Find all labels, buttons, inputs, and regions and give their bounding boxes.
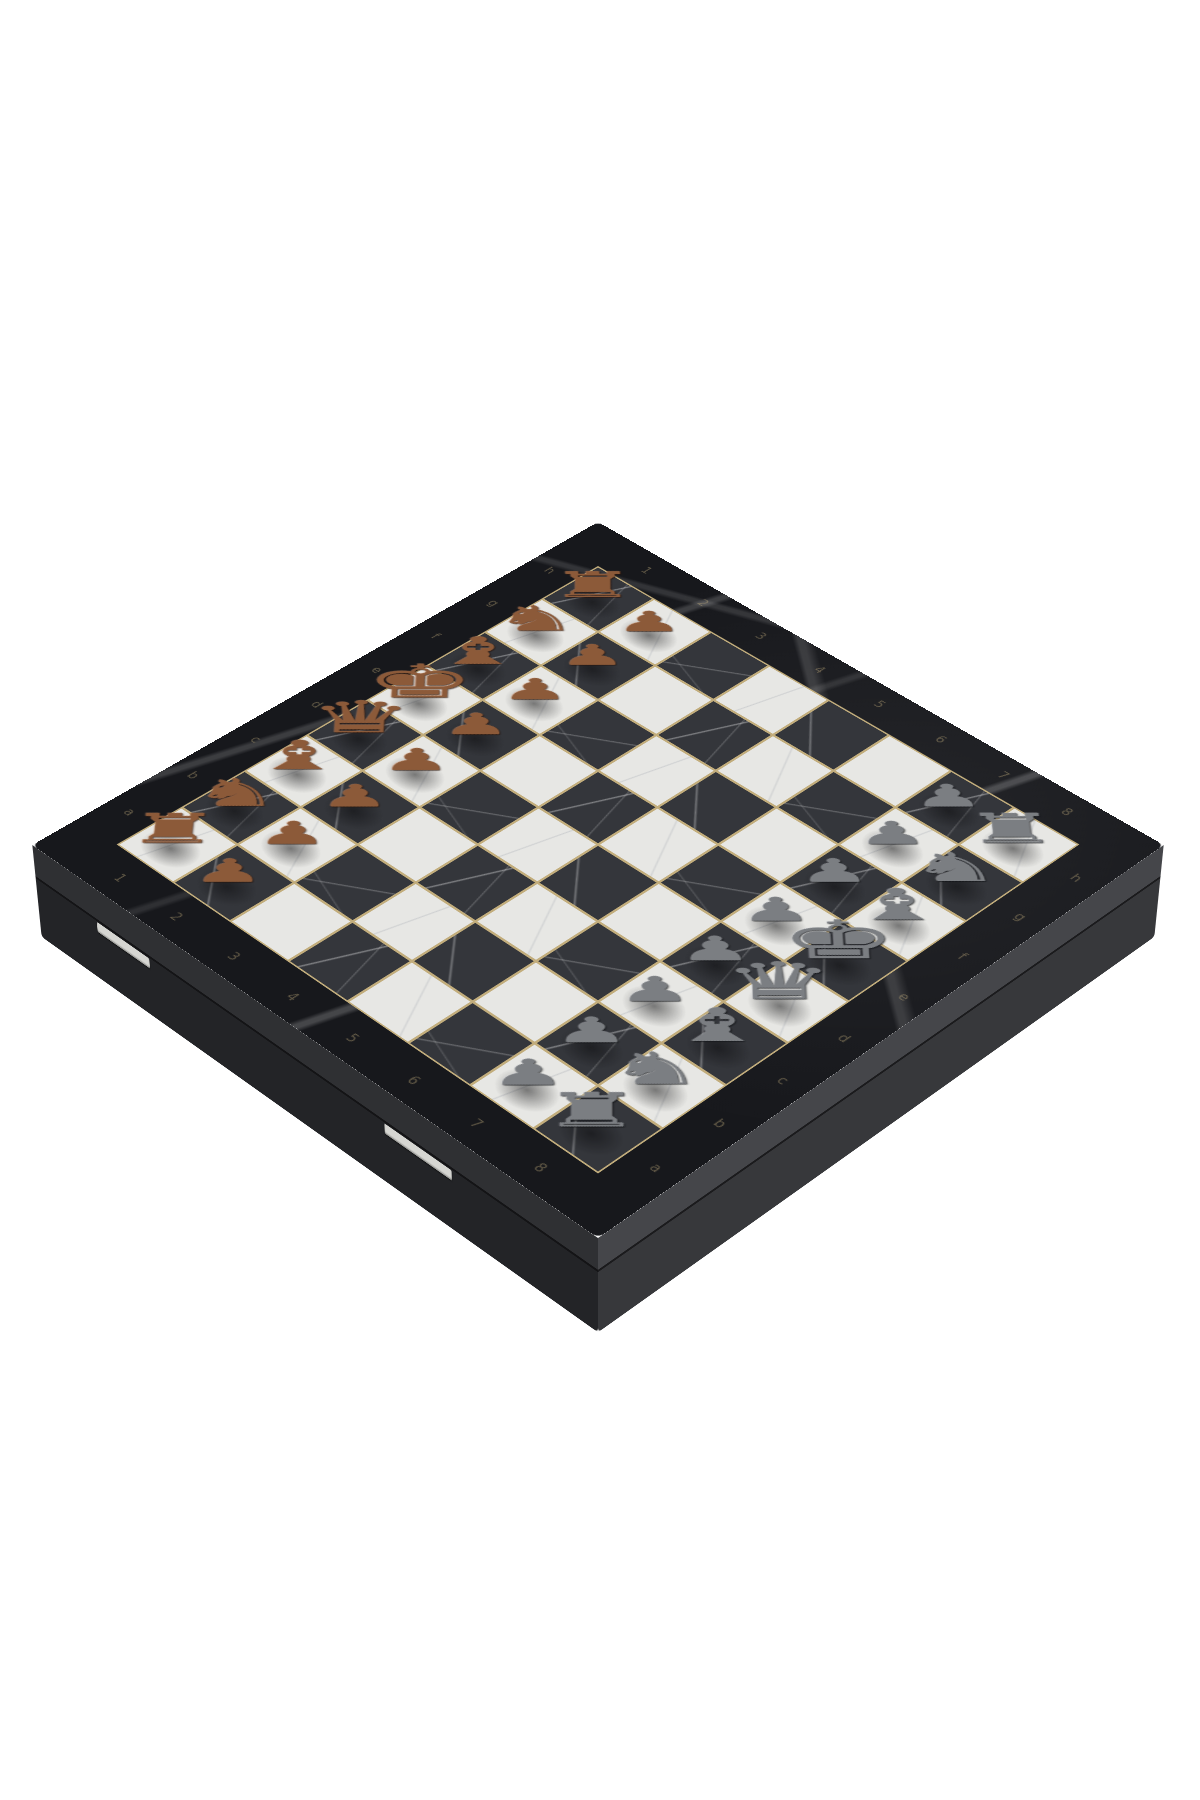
- coord-rank-6-bottom: 6: [395, 1068, 431, 1092]
- coord-rank-3-top: 3: [745, 627, 777, 646]
- coord-rank-4-bottom: 4: [275, 985, 310, 1008]
- chess-box: hhggffeeddccbbaa1122334455667788 ♜♟♟♜♞♟♟…: [32, 522, 1163, 1238]
- coord-file-b-right: b: [702, 1111, 739, 1136]
- box-hinge-1: [97, 922, 150, 969]
- coord-rank-4-top: 4: [803, 660, 835, 679]
- chess-set-photo: hhggffeeddccbbaa1122334455667788 ♜♟♟♜♞♟♟…: [0, 0, 1200, 1800]
- coord-rank-1-bottom: 1: [103, 867, 137, 889]
- coord-rank-8-bottom: 8: [522, 1155, 559, 1180]
- coord-rank-5-bottom: 5: [334, 1026, 370, 1050]
- coord-rank-3-bottom: 3: [216, 945, 251, 968]
- copper-bishop-piece: ♝: [228, 736, 370, 774]
- coord-rank-5-top: 5: [863, 695, 896, 715]
- coord-file-c-right: c: [764, 1068, 800, 1092]
- coord-file-f-right: f: [945, 945, 980, 968]
- coord-file-g-right: g: [1003, 906, 1038, 928]
- board-top-face: hhggffeeddccbbaa1122334455667788 ♜♟♟♜♞♟♟…: [32, 522, 1163, 1238]
- copper-rook-piece: ♜: [526, 568, 658, 602]
- coord-file-a-right: a: [637, 1155, 674, 1180]
- coord-rank-7-bottom: 7: [458, 1111, 495, 1136]
- coord-file-h-right: h: [1059, 867, 1093, 889]
- coord-rank-6-top: 6: [924, 730, 957, 750]
- coord-file-d-right: d: [826, 1026, 862, 1050]
- box-hinge-2: [384, 1123, 452, 1180]
- copper-pawn-piece: ♟: [220, 818, 364, 848]
- coord-rank-2-bottom: 2: [159, 906, 194, 928]
- coord-file-e-right: e: [886, 985, 921, 1008]
